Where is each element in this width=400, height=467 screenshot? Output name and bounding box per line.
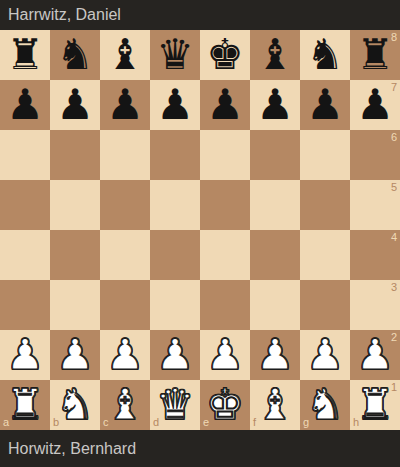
player-bar-top: Harrwitz, Daniel: [0, 0, 400, 30]
square-g5[interactable]: [300, 180, 350, 230]
piece-black-king: ♚: [206, 30, 244, 80]
square-f4[interactable]: [250, 230, 300, 280]
file-label-a: a: [3, 417, 9, 428]
player-name-black: Harrwitz, Daniel: [8, 7, 121, 23]
square-b4[interactable]: [50, 230, 100, 280]
piece-white-knight: ♞: [306, 380, 344, 430]
square-h1[interactable]: ♜1h: [350, 380, 400, 430]
piece-black-pawn: ♟: [56, 80, 94, 130]
rank-label-3: 3: [391, 282, 397, 293]
piece-black-pawn: ♟: [156, 80, 194, 130]
square-d6[interactable]: [150, 130, 200, 180]
square-a5[interactable]: [0, 180, 50, 230]
square-h7[interactable]: ♟7: [350, 80, 400, 130]
piece-white-bishop: ♝: [106, 380, 144, 430]
square-a3[interactable]: [0, 280, 50, 330]
piece-white-king: ♚: [206, 380, 244, 430]
chess-game-view: Harrwitz, Daniel ♜♞♝♛♚♝♞♜8♟♟♟♟♟♟♟♟76543♟…: [0, 0, 400, 467]
square-e2[interactable]: ♟: [200, 330, 250, 380]
player-bar-bottom: Horwitz, Bernhard: [0, 430, 400, 467]
square-g7[interactable]: ♟: [300, 80, 350, 130]
square-b8[interactable]: ♞: [50, 30, 100, 80]
square-d1[interactable]: ♛d: [150, 380, 200, 430]
square-b1[interactable]: ♞b: [50, 380, 100, 430]
rank-label-7: 7: [391, 82, 397, 93]
piece-white-knight: ♞: [56, 380, 94, 430]
square-h8[interactable]: ♜8: [350, 30, 400, 80]
piece-white-pawn: ♟: [6, 330, 44, 380]
square-d3[interactable]: [150, 280, 200, 330]
file-label-g: g: [303, 417, 309, 428]
square-d5[interactable]: [150, 180, 200, 230]
piece-black-pawn: ♟: [306, 80, 344, 130]
square-h4[interactable]: 4: [350, 230, 400, 280]
square-g3[interactable]: [300, 280, 350, 330]
piece-white-queen: ♛: [156, 380, 194, 430]
square-h3[interactable]: 3: [350, 280, 400, 330]
piece-white-bishop: ♝: [256, 380, 294, 430]
square-f7[interactable]: ♟: [250, 80, 300, 130]
square-f2[interactable]: ♟: [250, 330, 300, 380]
square-b6[interactable]: [50, 130, 100, 180]
square-b3[interactable]: [50, 280, 100, 330]
piece-white-pawn: ♟: [256, 330, 294, 380]
square-d4[interactable]: [150, 230, 200, 280]
square-a1[interactable]: ♜a: [0, 380, 50, 430]
square-c4[interactable]: [100, 230, 150, 280]
square-e3[interactable]: [200, 280, 250, 330]
square-b7[interactable]: ♟: [50, 80, 100, 130]
piece-black-pawn: ♟: [206, 80, 244, 130]
square-b2[interactable]: ♟: [50, 330, 100, 380]
square-c1[interactable]: ♝c: [100, 380, 150, 430]
square-f1[interactable]: ♝f: [250, 380, 300, 430]
square-a6[interactable]: [0, 130, 50, 180]
file-label-f: f: [253, 417, 256, 428]
square-f6[interactable]: [250, 130, 300, 180]
square-a8[interactable]: ♜: [0, 30, 50, 80]
square-c7[interactable]: ♟: [100, 80, 150, 130]
file-label-d: d: [153, 417, 159, 428]
file-label-e: e: [203, 417, 209, 428]
square-c6[interactable]: [100, 130, 150, 180]
piece-black-pawn: ♟: [106, 80, 144, 130]
piece-black-queen: ♛: [156, 30, 194, 80]
square-g6[interactable]: [300, 130, 350, 180]
piece-black-pawn: ♟: [356, 80, 394, 130]
rank-label-2: 2: [391, 332, 397, 343]
rank-label-5: 5: [391, 182, 397, 193]
square-h2[interactable]: ♟2: [350, 330, 400, 380]
square-d7[interactable]: ♟: [150, 80, 200, 130]
piece-white-pawn: ♟: [356, 330, 394, 380]
rank-label-8: 8: [391, 32, 397, 43]
square-d2[interactable]: ♟: [150, 330, 200, 380]
square-h5[interactable]: 5: [350, 180, 400, 230]
square-e8[interactable]: ♚: [200, 30, 250, 80]
square-e4[interactable]: [200, 230, 250, 280]
piece-black-bishop: ♝: [106, 30, 144, 80]
square-e6[interactable]: [200, 130, 250, 180]
rank-label-1: 1: [391, 382, 397, 393]
square-a4[interactable]: [0, 230, 50, 280]
piece-white-pawn: ♟: [56, 330, 94, 380]
square-f8[interactable]: ♝: [250, 30, 300, 80]
piece-white-pawn: ♟: [306, 330, 344, 380]
chess-board: ♜♞♝♛♚♝♞♜8♟♟♟♟♟♟♟♟76543♟♟♟♟♟♟♟♟2♜a♞b♝c♛d♚…: [0, 30, 400, 430]
square-e1[interactable]: ♚e: [200, 380, 250, 430]
square-e7[interactable]: ♟: [200, 80, 250, 130]
piece-black-bishop: ♝: [256, 30, 294, 80]
square-f5[interactable]: [250, 180, 300, 230]
piece-black-pawn: ♟: [6, 80, 44, 130]
square-c8[interactable]: ♝: [100, 30, 150, 80]
rank-label-6: 6: [391, 132, 397, 143]
rank-label-4: 4: [391, 232, 397, 243]
square-f3[interactable]: [250, 280, 300, 330]
file-label-h: h: [353, 417, 359, 428]
square-g2[interactable]: ♟: [300, 330, 350, 380]
square-e5[interactable]: [200, 180, 250, 230]
square-g8[interactable]: ♞: [300, 30, 350, 80]
piece-black-pawn: ♟: [256, 80, 294, 130]
square-a2[interactable]: ♟: [0, 330, 50, 380]
piece-white-pawn: ♟: [106, 330, 144, 380]
square-c3[interactable]: [100, 280, 150, 330]
piece-black-knight: ♞: [306, 30, 344, 80]
piece-black-rook: ♜: [356, 30, 394, 80]
piece-black-rook: ♜: [6, 30, 44, 80]
file-label-c: c: [103, 417, 109, 428]
file-label-b: b: [53, 417, 59, 428]
player-name-white: Horwitz, Bernhard: [8, 441, 136, 457]
piece-white-pawn: ♟: [206, 330, 244, 380]
square-c2[interactable]: ♟: [100, 330, 150, 380]
square-b5[interactable]: [50, 180, 100, 230]
square-c5[interactable]: [100, 180, 150, 230]
piece-black-knight: ♞: [56, 30, 94, 80]
piece-white-pawn: ♟: [156, 330, 194, 380]
square-h6[interactable]: 6: [350, 130, 400, 180]
square-g1[interactable]: ♞g: [300, 380, 350, 430]
piece-white-rook: ♜: [6, 380, 44, 430]
square-a7[interactable]: ♟: [0, 80, 50, 130]
piece-white-rook: ♜: [356, 380, 394, 430]
square-g4[interactable]: [300, 230, 350, 280]
square-d8[interactable]: ♛: [150, 30, 200, 80]
